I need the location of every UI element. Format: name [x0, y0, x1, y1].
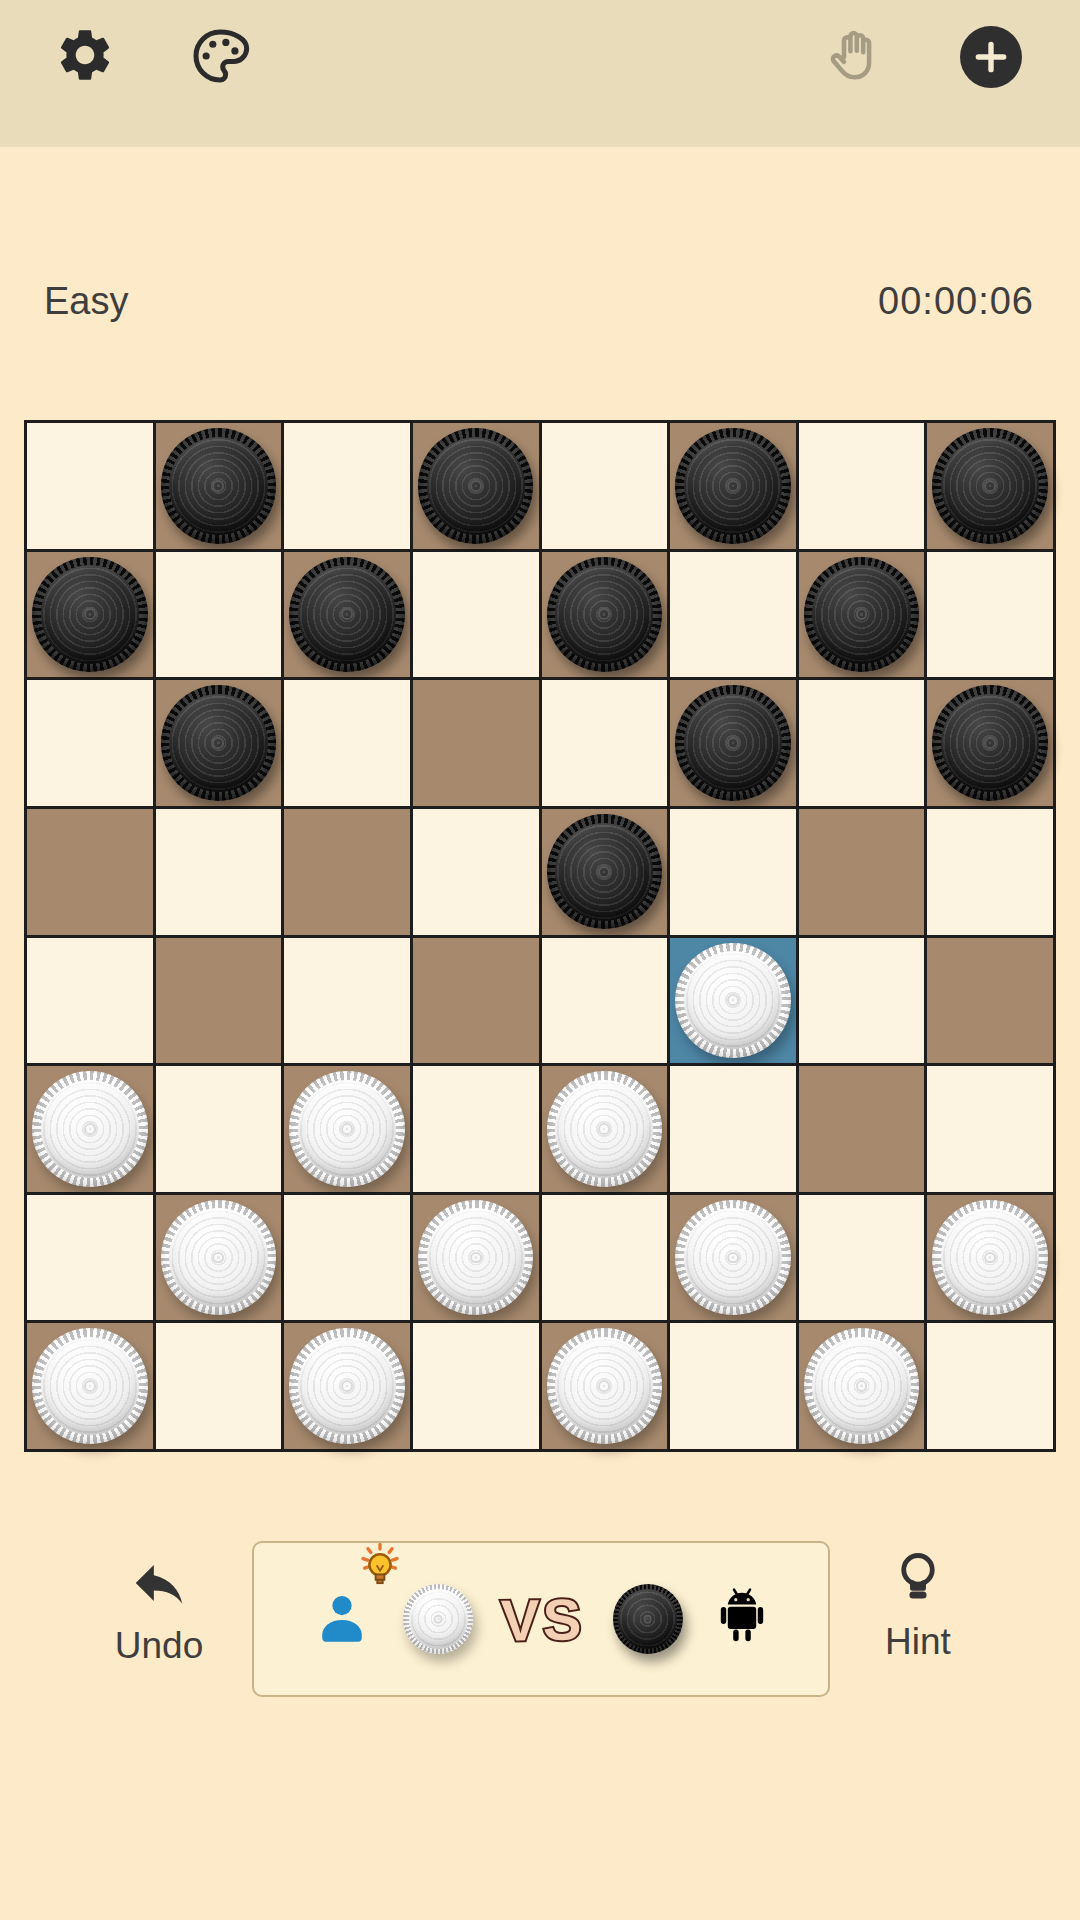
checker-piece-black[interactable]	[418, 428, 534, 544]
checker-piece-black[interactable]	[675, 685, 791, 801]
board-square[interactable]	[542, 1195, 668, 1321]
board-square[interactable]	[542, 809, 668, 935]
board-square[interactable]	[670, 680, 796, 806]
board-square[interactable]	[670, 1066, 796, 1192]
board-square[interactable]	[413, 1066, 539, 1192]
board-square[interactable]	[284, 552, 410, 678]
board-square[interactable]	[927, 552, 1053, 678]
android-robot-icon	[711, 1586, 773, 1652]
human-player-icon	[309, 1638, 375, 1655]
board-square[interactable]	[284, 680, 410, 806]
idea-bulb-icon	[355, 1542, 405, 1596]
checker-piece-black[interactable]	[161, 685, 277, 801]
checker-piece-black[interactable]	[675, 428, 791, 544]
board-square[interactable]	[413, 1195, 539, 1321]
board-square[interactable]	[927, 809, 1053, 935]
board-square[interactable]	[413, 680, 539, 806]
board-square[interactable]	[27, 1066, 153, 1192]
board-square[interactable]	[542, 423, 668, 549]
pause-hand-icon	[824, 76, 888, 91]
checker-piece-white[interactable]	[161, 1200, 277, 1316]
game-timer: 00:00:06	[878, 280, 1034, 323]
board-square[interactable]	[284, 1195, 410, 1321]
board-square[interactable]	[799, 552, 925, 678]
new-game-plus-icon	[960, 26, 1022, 88]
new-game-button[interactable]	[960, 26, 1022, 88]
checker-piece-black[interactable]	[161, 428, 277, 544]
checker-piece-white[interactable]	[32, 1071, 148, 1187]
board-square[interactable]	[284, 1066, 410, 1192]
board-square[interactable]	[27, 1323, 153, 1449]
settings-button[interactable]	[54, 24, 116, 86]
board-square[interactable]	[156, 809, 282, 935]
checker-piece-white[interactable]	[289, 1071, 405, 1187]
undo-label: Undo	[84, 1625, 234, 1667]
checker-piece-white[interactable]	[289, 1328, 405, 1444]
board-square[interactable]	[799, 1066, 925, 1192]
checker-piece-white[interactable]	[675, 943, 791, 1059]
checker-piece-black[interactable]	[32, 557, 148, 673]
board-square[interactable]	[927, 938, 1053, 1064]
board-square[interactable]	[799, 680, 925, 806]
board-square[interactable]	[27, 423, 153, 549]
board-square[interactable]	[413, 938, 539, 1064]
undo-arrow-icon	[126, 1602, 192, 1617]
board-square[interactable]	[27, 552, 153, 678]
board-square[interactable]	[413, 1323, 539, 1449]
hint-button[interactable]: Hint	[843, 1546, 993, 1663]
white-checker-preview	[403, 1584, 473, 1654]
board-square[interactable]	[927, 1066, 1053, 1192]
board-square[interactable]	[27, 680, 153, 806]
board-square[interactable]	[542, 1066, 668, 1192]
undo-button[interactable]: Undo	[84, 1552, 234, 1667]
checker-piece-black[interactable]	[932, 685, 1048, 801]
checker-piece-black[interactable]	[804, 557, 920, 673]
vs-label: VS	[501, 1585, 586, 1653]
theme-button[interactable]	[188, 24, 252, 88]
matchup-panel: VS	[252, 1541, 830, 1697]
checker-piece-black[interactable]	[547, 814, 663, 930]
checker-piece-white[interactable]	[418, 1200, 534, 1316]
board-square[interactable]	[670, 552, 796, 678]
board-square[interactable]	[156, 1323, 282, 1449]
board-square[interactable]	[156, 423, 282, 549]
settings-icon	[54, 74, 116, 89]
hint-label: Hint	[843, 1621, 993, 1663]
checker-piece-black[interactable]	[547, 557, 663, 673]
board-square[interactable]	[156, 1195, 282, 1321]
board-square[interactable]	[284, 423, 410, 549]
board-square[interactable]	[670, 938, 796, 1064]
board-square[interactable]	[799, 1195, 925, 1321]
board-square[interactable]	[156, 938, 282, 1064]
board-square[interactable]	[542, 552, 668, 678]
board-square[interactable]	[670, 1323, 796, 1449]
checker-piece-white[interactable]	[675, 1200, 791, 1316]
board-square[interactable]	[413, 809, 539, 935]
board-square[interactable]	[27, 1195, 153, 1321]
checker-piece-black[interactable]	[932, 428, 1048, 544]
board-square[interactable]	[27, 938, 153, 1064]
board-square[interactable]	[927, 680, 1053, 806]
pause-button[interactable]	[824, 24, 888, 88]
board-square[interactable]	[670, 809, 796, 935]
palette-icon	[188, 76, 252, 91]
human-player	[309, 1586, 375, 1652]
board-square[interactable]	[284, 1323, 410, 1449]
checker-piece-white[interactable]	[804, 1328, 920, 1444]
difficulty-label: Easy	[44, 280, 128, 323]
checkers-app: Easy 00:00:06 Undo	[0, 0, 1080, 1920]
board-square[interactable]	[670, 423, 796, 549]
board-square[interactable]	[27, 809, 153, 935]
board-square[interactable]	[799, 423, 925, 549]
board-square[interactable]	[413, 423, 539, 549]
checker-piece-white[interactable]	[547, 1328, 663, 1444]
board-square[interactable]	[542, 1323, 668, 1449]
board-square[interactable]	[799, 938, 925, 1064]
board-square[interactable]	[156, 680, 282, 806]
board-square[interactable]	[799, 1323, 925, 1449]
board-square[interactable]	[542, 680, 668, 806]
board-square[interactable]	[284, 809, 410, 935]
board-square[interactable]	[670, 1195, 796, 1321]
checker-piece-white[interactable]	[547, 1071, 663, 1187]
hint-bulb-icon	[889, 1598, 947, 1613]
checker-piece-white[interactable]	[32, 1328, 148, 1444]
board-square[interactable]	[927, 423, 1053, 549]
board-square[interactable]	[927, 1323, 1053, 1449]
board-square[interactable]	[542, 938, 668, 1064]
checker-piece-black[interactable]	[289, 557, 405, 673]
checker-piece-white[interactable]	[932, 1200, 1048, 1316]
board-square[interactable]	[284, 938, 410, 1064]
black-checker-preview	[613, 1584, 683, 1654]
top-bar	[0, 0, 1080, 147]
board-square[interactable]	[156, 1066, 282, 1192]
board-square[interactable]	[799, 809, 925, 935]
board-square[interactable]	[413, 552, 539, 678]
checkers-board	[24, 420, 1056, 1452]
board-square[interactable]	[927, 1195, 1053, 1321]
board-square[interactable]	[156, 552, 282, 678]
